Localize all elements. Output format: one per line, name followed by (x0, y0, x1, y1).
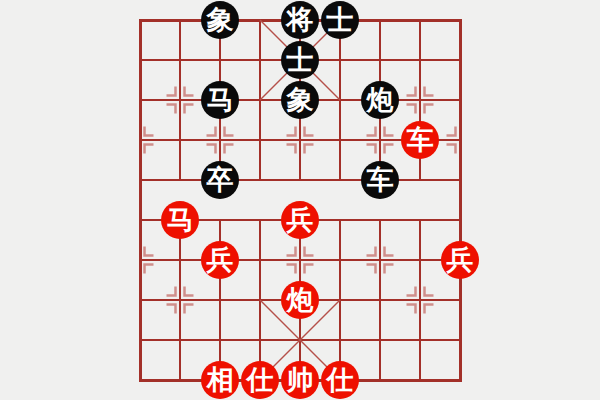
piece-red-general[interactable]: 帅 (281, 361, 319, 399)
piece-red-horse[interactable]: 马 (161, 201, 199, 239)
piece-black-elephant[interactable]: 象 (281, 81, 319, 119)
piece-black-general[interactable]: 将 (281, 1, 319, 39)
point-marker (447, 127, 456, 154)
point-marker (367, 127, 394, 154)
point-marker (407, 87, 434, 114)
point-marker (145, 247, 154, 274)
piece-black-horse[interactable]: 马 (201, 81, 239, 119)
point-marker (207, 127, 234, 154)
piece-black-soldier[interactable]: 卒 (201, 161, 239, 199)
point-marker (287, 247, 314, 274)
piece-black-advisor[interactable]: 士 (281, 41, 319, 79)
piece-red-soldier[interactable]: 兵 (281, 201, 319, 239)
piece-black-elephant[interactable]: 象 (201, 1, 239, 39)
point-marker (167, 287, 194, 314)
piece-red-soldier[interactable]: 兵 (441, 241, 479, 279)
piece-red-advisor[interactable]: 仕 (321, 361, 359, 399)
point-marker (367, 247, 394, 274)
point-marker (167, 87, 194, 114)
piece-red-elephant[interactable]: 相 (201, 361, 239, 399)
piece-black-cannon[interactable]: 炮 (361, 81, 399, 119)
point-marker (287, 127, 314, 154)
piece-red-soldier[interactable]: 兵 (201, 241, 239, 279)
point-marker (407, 287, 434, 314)
board-stage: 象将士士马象炮车卒车马兵兵兵炮相仕帅仕 (0, 0, 600, 400)
piece-red-cannon[interactable]: 炮 (281, 281, 319, 319)
xiangqi-board[interactable]: 象将士士马象炮车卒车马兵兵兵炮相仕帅仕 (140, 20, 460, 380)
piece-red-advisor[interactable]: 仕 (241, 361, 279, 399)
piece-red-chariot[interactable]: 车 (401, 121, 439, 159)
point-marker (145, 127, 154, 154)
piece-black-chariot[interactable]: 车 (361, 161, 399, 199)
piece-black-advisor[interactable]: 士 (321, 1, 359, 39)
